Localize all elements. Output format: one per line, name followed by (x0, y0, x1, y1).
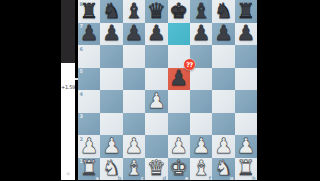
file-label-b: b (118, 175, 122, 181)
chess-board: 8♜♞♝♛♚♝♞♜7♟♟♟♟♟♟♟65♟4♟32♟♟♟♟♟♟♟1a♜b♞c♝d♛… (78, 0, 258, 180)
piece-black-king[interactable]: ♚ (168, 0, 190, 23)
square-h1[interactable]: h♜ (235, 158, 257, 181)
square-e1[interactable]: e♚ (168, 158, 190, 181)
piece-white-pawn[interactable]: ♟ (145, 90, 167, 113)
piece-black-rook[interactable]: ♜ (235, 0, 257, 23)
square-a4[interactable]: 4 (78, 90, 100, 113)
piece-black-bishop[interactable]: ♝ (190, 0, 212, 23)
piece-black-queen[interactable]: ♛ (145, 0, 167, 23)
piece-white-pawn[interactable]: ♟ (100, 135, 122, 158)
square-e2[interactable]: ♟ (168, 135, 190, 158)
file-label-a: a (96, 175, 99, 181)
rank-label-4: 4 (80, 91, 83, 97)
piece-white-pawn[interactable]: ♟ (123, 135, 145, 158)
square-h2[interactable]: ♟ (235, 135, 257, 158)
square-g6[interactable] (212, 45, 234, 68)
piece-black-knight[interactable]: ♞ (100, 0, 122, 23)
square-g5[interactable] (212, 68, 234, 91)
square-c2[interactable]: ♟ (123, 135, 145, 158)
square-e8[interactable]: ♚ (168, 0, 190, 23)
square-f2[interactable]: ♟ (190, 135, 212, 158)
square-b3[interactable] (100, 113, 122, 136)
square-d1[interactable]: d♛ (145, 158, 167, 181)
square-d4[interactable]: ♟ (145, 90, 167, 113)
piece-black-pawn[interactable]: ♟ (190, 23, 212, 46)
square-b6[interactable] (100, 45, 122, 68)
square-h3[interactable] (235, 113, 257, 136)
file-label-f: f (209, 175, 211, 181)
square-a5[interactable]: 5 (78, 68, 100, 91)
square-c5[interactable] (123, 68, 145, 91)
square-b4[interactable] (100, 90, 122, 113)
piece-black-pawn[interactable]: ♟ (168, 68, 190, 91)
square-d6[interactable] (145, 45, 167, 68)
square-h4[interactable] (235, 90, 257, 113)
letterbox-right (257, 0, 320, 180)
square-c3[interactable] (123, 113, 145, 136)
square-a6[interactable]: 6 (78, 45, 100, 68)
file-label-e: e (185, 175, 188, 181)
file-label-d: d (162, 175, 166, 181)
square-f3[interactable] (190, 113, 212, 136)
square-g3[interactable] (212, 113, 234, 136)
evaluation-bar-black-portion (61, 0, 75, 63)
square-c7[interactable]: ♟ (123, 23, 145, 46)
evaluation-score: +1.59 (61, 84, 75, 90)
square-e4[interactable] (168, 90, 190, 113)
rank-label-2: 2 (80, 136, 83, 142)
square-b7[interactable]: ♟ (100, 23, 122, 46)
rank-label-8: 8 (80, 1, 83, 7)
square-g4[interactable] (212, 90, 234, 113)
square-a7[interactable]: 7♟ (78, 23, 100, 46)
letterbox-left (0, 0, 61, 180)
square-b2[interactable]: ♟ (100, 135, 122, 158)
square-a8[interactable]: 8♜ (78, 0, 100, 23)
piece-black-pawn[interactable]: ♟ (123, 23, 145, 46)
evaluation-bar: +1.59 u (61, 0, 75, 180)
square-c8[interactable]: ♝ (123, 0, 145, 23)
rank-label-5: 5 (80, 68, 83, 74)
rank-label-3: 3 (80, 113, 83, 119)
square-c6[interactable] (123, 45, 145, 68)
square-h7[interactable]: ♟ (235, 23, 257, 46)
square-a3[interactable]: 3 (78, 113, 100, 136)
square-h8[interactable]: ♜ (235, 0, 257, 23)
square-b1[interactable]: b♞ (100, 158, 122, 181)
square-f5[interactable] (190, 68, 212, 91)
square-h5[interactable] (235, 68, 257, 91)
square-c4[interactable] (123, 90, 145, 113)
piece-black-knight[interactable]: ♞ (212, 0, 234, 23)
square-c1[interactable]: c♝ (123, 158, 145, 181)
square-b8[interactable]: ♞ (100, 0, 122, 23)
square-h6[interactable] (235, 45, 257, 68)
piece-white-pawn[interactable]: ♟ (190, 135, 212, 158)
file-label-h: h (252, 175, 256, 181)
square-g2[interactable]: ♟ (212, 135, 234, 158)
piece-white-pawn[interactable]: ♟ (212, 135, 234, 158)
piece-black-pawn[interactable]: ♟ (235, 23, 257, 46)
square-d8[interactable]: ♛ (145, 0, 167, 23)
square-d3[interactable] (145, 113, 167, 136)
square-f4[interactable] (190, 90, 212, 113)
square-e3[interactable] (168, 113, 190, 136)
square-a2[interactable]: 2♟ (78, 135, 100, 158)
square-a1[interactable]: 1a♜ (78, 158, 100, 181)
blunder-badge: ?? (184, 59, 195, 70)
rank-label-6: 6 (80, 46, 83, 52)
piece-white-pawn[interactable]: ♟ (235, 135, 257, 158)
piece-black-pawn[interactable]: ♟ (100, 23, 122, 46)
piece-white-pawn[interactable]: ♟ (168, 135, 190, 158)
file-label-c: c (141, 175, 144, 181)
square-e7[interactable] (168, 23, 190, 46)
square-f7[interactable]: ♟ (190, 23, 212, 46)
piece-black-bishop[interactable]: ♝ (123, 0, 145, 23)
file-label-g: g (230, 175, 234, 181)
square-d5[interactable] (145, 68, 167, 91)
square-b5[interactable] (100, 68, 122, 91)
square-g8[interactable]: ♞ (212, 0, 234, 23)
square-f1[interactable]: f♝ (190, 158, 212, 181)
square-g1[interactable]: g♞ (212, 158, 234, 181)
square-e5[interactable]: ♟ (168, 68, 190, 91)
square-d7[interactable]: ♟ (145, 23, 167, 46)
square-g7[interactable]: ♟ (212, 23, 234, 46)
square-f8[interactable]: ♝ (190, 0, 212, 23)
square-d2[interactable] (145, 135, 167, 158)
piece-black-pawn[interactable]: ♟ (212, 23, 234, 46)
evaluation-bar-bottom-label: u (61, 170, 75, 176)
rank-label-1: 1 (80, 158, 83, 164)
piece-black-pawn[interactable]: ♟ (145, 23, 167, 46)
rank-label-7: 7 (80, 23, 83, 29)
